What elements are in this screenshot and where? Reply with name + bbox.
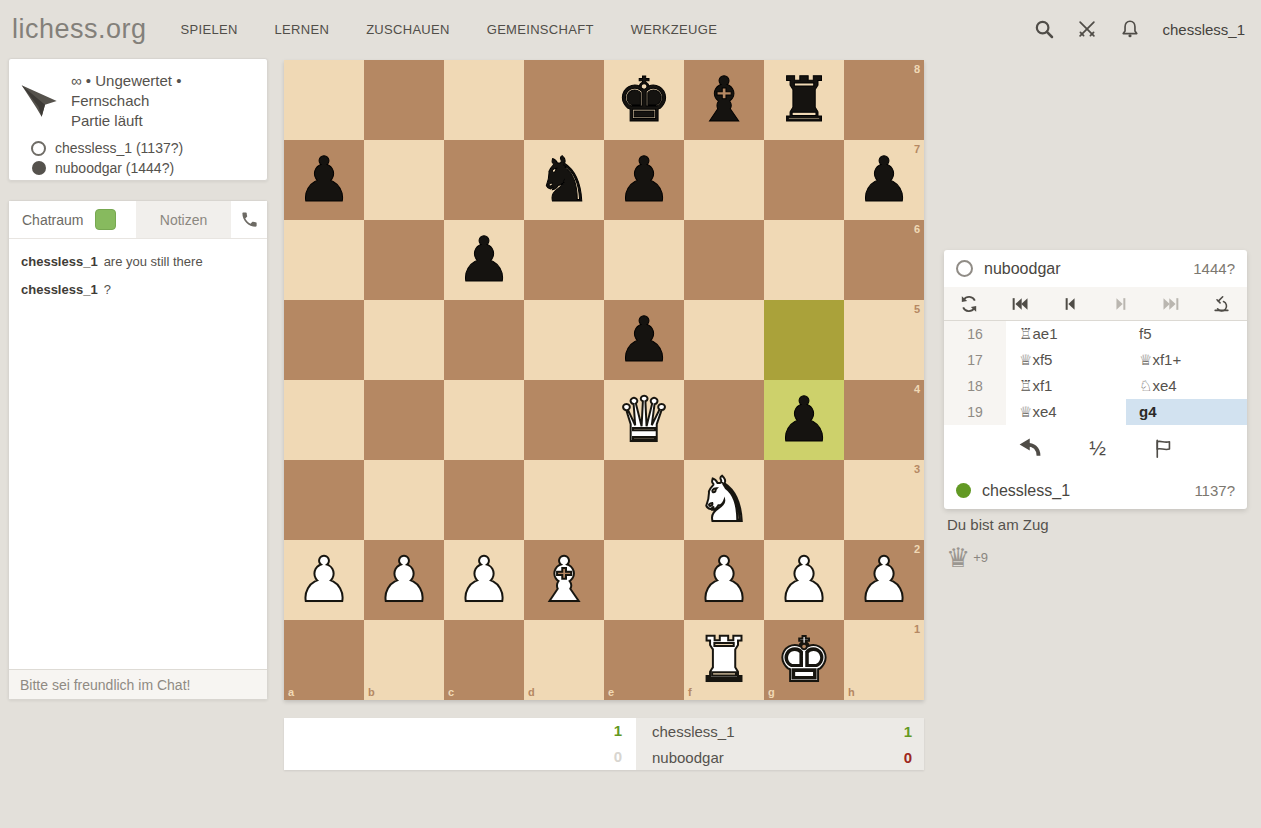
piece-white-pawn-c2[interactable]: ♟ (444, 540, 524, 620)
piece-black-pawn-h7[interactable]: ♟ (844, 140, 924, 220)
material-value: +9 (973, 550, 988, 565)
chat-message: chessless_1are you still there (21, 248, 255, 276)
score-row-spacer (284, 744, 596, 770)
chat-message-author: chessless_1 (21, 282, 98, 297)
coord-file-h: h (848, 686, 855, 698)
piece-white-pawn-b2[interactable]: ♟ (364, 540, 444, 620)
top-nav-bar: lichess.org SPIELENLERNENZUSCHAUENGEMEIN… (0, 0, 1261, 58)
resign-flag-icon[interactable] (1152, 437, 1175, 460)
square-a4[interactable] (284, 380, 364, 460)
piece-white-pawn-h2[interactable]: ♟ (844, 540, 924, 620)
player-row: chessless_1 1137? (944, 472, 1247, 509)
square-c4[interactable] (444, 380, 524, 460)
square-d8[interactable] (524, 60, 604, 140)
game-player-label[interactable]: chessless_1 (1137?) (55, 138, 183, 158)
square-f3[interactable]: ♞ (684, 460, 764, 540)
coord-rank-6: 6 (914, 223, 920, 235)
square-d3[interactable] (524, 460, 604, 540)
move-18-white[interactable]: ♖xf1 (1006, 373, 1126, 399)
piece-white-pawn-a2[interactable]: ♟ (284, 540, 364, 620)
notifications-bell-icon[interactable] (1119, 18, 1141, 40)
square-c3[interactable] (444, 460, 524, 540)
score-row-nuboodgar[interactable]: 0nuboodgar0 (284, 744, 924, 770)
move-17-black[interactable]: ♕xf1+ (1126, 347, 1247, 373)
square-h2[interactable]: 2♟ (844, 540, 924, 620)
piece-black-king-e8[interactable]: ♚ (604, 60, 684, 140)
analysis-microscope-icon[interactable] (1197, 287, 1248, 320)
tab-notes-label: Notizen (160, 212, 207, 228)
coord-rank-5: 5 (914, 303, 920, 315)
opponent-name[interactable]: nuboodgar (984, 260, 1061, 278)
score-player-name[interactable]: nuboodgar (636, 749, 904, 766)
square-f4[interactable] (684, 380, 764, 460)
coord-file-d: d (528, 686, 535, 698)
square-e1[interactable]: e (604, 620, 684, 700)
previous-move-icon[interactable] (1045, 287, 1096, 320)
square-e2[interactable] (604, 540, 684, 620)
square-g2[interactable]: ♟ (764, 540, 844, 620)
white-color-icon (31, 141, 46, 156)
square-f5[interactable] (684, 300, 764, 380)
square-f7[interactable] (684, 140, 764, 220)
square-c2[interactable]: ♟ (444, 540, 524, 620)
game-side-panel: nuboodgar 1444? 16♖ae1f517♕xf5♕xf1+18 (944, 250, 1247, 509)
move-controls (944, 287, 1247, 321)
square-f8[interactable]: ♝ (684, 60, 764, 140)
square-c6[interactable]: ♟ (444, 220, 524, 300)
score-player-name[interactable]: chessless_1 (636, 723, 904, 740)
score-current: 0 (596, 744, 622, 770)
lichess-app: lichess.org SPIELENLERNENZUSCHAUENGEMEIN… (0, 0, 1261, 828)
piece-white-knight-f3[interactable]: ♞ (684, 460, 764, 540)
search-icon[interactable] (1033, 18, 1055, 40)
square-f6[interactable] (684, 220, 764, 300)
piece-black-pawn-e7[interactable]: ♟ (604, 140, 684, 220)
tab-notes[interactable]: Notizen (136, 201, 231, 238)
score-total: 1 (904, 723, 924, 740)
square-c8[interactable] (444, 60, 524, 140)
square-h8[interactable]: 8 (844, 60, 924, 140)
square-h1[interactable]: 1h (844, 620, 924, 700)
coord-file-c: c (448, 686, 454, 698)
square-e4[interactable]: ♛ (604, 380, 684, 460)
chat-message: chessless_1? (21, 276, 255, 304)
piece-white-king-g1[interactable]: ♚ (764, 620, 844, 700)
square-g6[interactable] (764, 220, 844, 300)
move-19-black[interactable]: g4 (1126, 399, 1247, 425)
square-h5[interactable]: 5 (844, 300, 924, 380)
move-16-white[interactable]: ♖ae1 (1006, 321, 1126, 347)
game-meta-line1: ∞ • Ungewertet • (71, 71, 181, 91)
square-a7[interactable]: ♟ (284, 140, 364, 220)
square-c7[interactable] (444, 140, 524, 220)
score-current: 1 (596, 718, 622, 744)
chat-input[interactable] (9, 669, 267, 699)
username-menu[interactable]: chessless_1 (1162, 21, 1245, 38)
player-online-dot-icon (956, 483, 971, 498)
score-name-cell: chessless_11 (636, 718, 924, 744)
square-e7[interactable]: ♟ (604, 140, 684, 220)
score-row-chessless_1[interactable]: 1chessless_11 (284, 718, 924, 744)
game-player-white: chessless_1 (1137?) (31, 138, 267, 158)
square-d1[interactable]: d (524, 620, 604, 700)
square-g3[interactable] (764, 460, 844, 540)
square-e5[interactable]: ♟ (604, 300, 684, 380)
square-h4[interactable]: 4 (844, 380, 924, 460)
square-a6[interactable] (284, 220, 364, 300)
square-h3[interactable]: 3 (844, 460, 924, 540)
square-a8[interactable] (284, 60, 364, 140)
lichess-logo[interactable]: lichess.org (12, 14, 147, 45)
square-e6[interactable] (604, 220, 684, 300)
chess-board: ♚♝♜8♟♞♟7♟♟6♟5♛♟4♞3♟♟♟♝♟♟2♟abcdef♜g♚1h (284, 60, 924, 700)
game-meta-line2: Fernschach (71, 91, 181, 111)
square-b5[interactable] (364, 300, 444, 380)
move-list: 16♖ae1f517♕xf5♕xf1+18♖xf1♘xe419♕xe4g4 (944, 321, 1247, 425)
score-name-cell: nuboodgar0 (636, 744, 924, 770)
captured-queen-icon: ♛ (946, 544, 970, 571)
chat-box: Chatraum Notizen chessless_1are you stil… (8, 200, 268, 700)
phone-icon[interactable] (231, 201, 267, 238)
turn-status: Du bist am Zug (947, 516, 1049, 533)
chat-tabs: Chatraum Notizen (9, 201, 267, 239)
tab-chatroom[interactable]: Chatraum (9, 201, 136, 238)
move-number-17: 17 (944, 347, 1006, 373)
takeback-icon[interactable] (1016, 435, 1043, 462)
coord-rank-8: 8 (914, 63, 920, 75)
square-b4[interactable] (364, 380, 444, 460)
correspondence-paper-plane-icon (9, 67, 71, 121)
game-player-label[interactable]: nuboodgar (1444?) (55, 158, 174, 178)
next-move-icon[interactable] (1096, 287, 1147, 320)
player-rating: 1137? (1194, 482, 1235, 499)
square-d5[interactable] (524, 300, 604, 380)
chat-message-author: chessless_1 (21, 254, 98, 269)
move-19-white[interactable]: ♕xe4 (1006, 399, 1126, 425)
move-16-black[interactable]: f5 (1126, 321, 1247, 347)
square-g1[interactable]: g♚ (764, 620, 844, 700)
opponent-row: nuboodgar 1444? (944, 250, 1247, 287)
flip-board-icon[interactable] (944, 287, 995, 320)
opponent-offline-dot-icon (956, 260, 973, 277)
square-e8[interactable]: ♚ (604, 60, 684, 140)
material-advantage: ♛ +9 (946, 544, 988, 571)
square-b3[interactable] (364, 460, 444, 540)
coord-file-e: e (608, 686, 614, 698)
game-players-list: chessless_1 (1137?)nuboodgar (1444?) (9, 138, 267, 178)
game-meta-text: ∞ • Ungewertet • Fernschach Partie läuft (71, 67, 181, 131)
square-a2[interactable]: ♟ (284, 540, 364, 620)
square-d4[interactable] (524, 380, 604, 460)
game-actions: ½ (944, 425, 1247, 472)
chat-toggle[interactable] (95, 209, 116, 230)
last-move-icon[interactable] (1146, 287, 1197, 320)
square-b2[interactable]: ♟ (364, 540, 444, 620)
piece-black-rook-g8[interactable]: ♜ (764, 60, 844, 140)
square-h6[interactable]: 6 (844, 220, 924, 300)
header-right: chessless_1 (1033, 18, 1245, 40)
piece-black-pawn-g4[interactable]: ♟ (764, 380, 844, 460)
square-a5[interactable] (284, 300, 364, 380)
square-g8[interactable]: ♜ (764, 60, 844, 140)
square-d2[interactable]: ♝ (524, 540, 604, 620)
piece-white-bishop-d2[interactable]: ♝ (524, 540, 604, 620)
move-18-black[interactable]: ♘xe4 (1126, 373, 1247, 399)
move-number-18: 18 (944, 373, 1006, 399)
square-b7[interactable] (364, 140, 444, 220)
square-b1[interactable]: b (364, 620, 444, 700)
piece-white-pawn-f2[interactable]: ♟ (684, 540, 764, 620)
coord-file-b: b (368, 686, 375, 698)
chat-messages: chessless_1are you still therechessless_… (9, 239, 267, 669)
square-d6[interactable] (524, 220, 604, 300)
main-nav: SPIELENLERNENZUSCHAUENGEMEINSCHAFTWERKZE… (181, 22, 718, 37)
piece-white-queen-e4[interactable]: ♛ (604, 380, 684, 460)
game-info-box: ∞ • Ungewertet • Fernschach Partie läuft… (8, 58, 268, 181)
square-e3[interactable] (604, 460, 684, 540)
square-f1[interactable]: f♜ (684, 620, 764, 700)
challenges-crossed-swords-icon[interactable] (1076, 18, 1098, 40)
coord-file-a: a (288, 686, 294, 698)
coord-rank-4: 4 (914, 383, 920, 395)
tab-chatroom-label: Chatraum (22, 212, 83, 228)
offer-draw-button[interactable]: ½ (1089, 437, 1106, 460)
game-player-black: nuboodgar (1444?) (31, 158, 267, 178)
coord-rank-1: 1 (914, 623, 920, 635)
square-b6[interactable] (364, 220, 444, 300)
square-a1[interactable]: a (284, 620, 364, 700)
square-b8[interactable] (364, 60, 444, 140)
piece-black-pawn-a7[interactable]: ♟ (284, 140, 364, 220)
piece-white-rook-f1[interactable]: ♜ (684, 620, 764, 700)
square-c5[interactable] (444, 300, 524, 380)
square-g4[interactable]: ♟ (764, 380, 844, 460)
nav-item-werkzeuge[interactable]: WERKZEUGE (631, 22, 717, 37)
nav-item-spielen[interactable]: SPIELEN (181, 22, 238, 37)
square-f2[interactable]: ♟ (684, 540, 764, 620)
game-meta-line3: Partie läuft (71, 111, 181, 131)
first-move-icon[interactable] (995, 287, 1046, 320)
score-crosstable: 1chessless_110nuboodgar0 (284, 718, 924, 770)
player-name[interactable]: chessless_1 (982, 482, 1070, 500)
nav-item-zuschauen[interactable]: ZUSCHAUEN (366, 22, 450, 37)
black-color-icon (32, 161, 46, 175)
piece-black-knight-d7[interactable]: ♞ (524, 140, 604, 220)
opponent-rating: 1444? (1193, 260, 1235, 277)
square-g5[interactable] (764, 300, 844, 380)
square-c1[interactable]: c (444, 620, 524, 700)
piece-black-bishop-f8[interactable]: ♝ (684, 60, 764, 140)
piece-black-pawn-e5[interactable]: ♟ (604, 300, 684, 380)
square-h7[interactable]: 7♟ (844, 140, 924, 220)
nav-item-lernen[interactable]: LERNEN (275, 22, 330, 37)
square-a3[interactable] (284, 460, 364, 540)
coord-rank-3: 3 (914, 463, 920, 475)
square-d7[interactable]: ♞ (524, 140, 604, 220)
score-total: 0 (904, 749, 924, 766)
piece-black-pawn-c6[interactable]: ♟ (444, 220, 524, 300)
piece-white-pawn-g2[interactable]: ♟ (764, 540, 844, 620)
square-g7[interactable] (764, 140, 844, 220)
move-17-white[interactable]: ♕xf5 (1006, 347, 1126, 373)
move-number-16: 16 (944, 321, 1006, 347)
score-row-spacer (284, 718, 596, 744)
nav-item-gemeinschaft[interactable]: GEMEINSCHAFT (487, 22, 594, 37)
move-number-19: 19 (944, 399, 1006, 425)
